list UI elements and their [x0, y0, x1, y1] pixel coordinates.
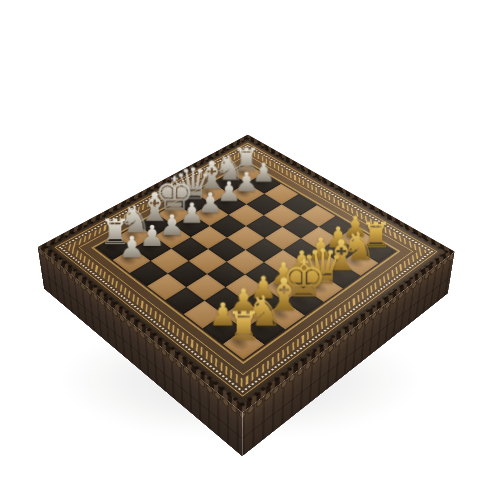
piece-gold-rook: ♜ — [226, 307, 261, 346]
piece-silver-pawn: ♟ — [118, 233, 144, 262]
product-photo: ♜♟♟♜♞♟♟♞♝♟♟♝♛♟♟♛♚♟♟♚♝♟♟♝♞♟♟♞♜♟♟♜ — [0, 0, 480, 480]
